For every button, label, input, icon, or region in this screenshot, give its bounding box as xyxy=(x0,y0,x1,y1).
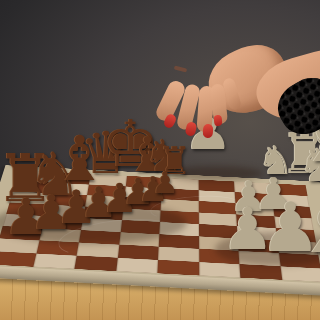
piece-black-pawn-15[interactable]: ♟ xyxy=(152,168,179,198)
piece-white-bishop-20[interactable]: ♝ xyxy=(296,188,320,264)
square-a1[interactable] xyxy=(0,251,36,267)
square-b1[interactable] xyxy=(33,253,77,269)
nail-ring xyxy=(213,115,222,127)
square-c1[interactable] xyxy=(74,255,117,271)
photo-stage: ♜♞♝♛♚♝♞♜♟♟♟♟♟♟♟♟♟♟♟♟♝♞♜♞♝♚ ♟ xyxy=(0,0,320,320)
square-d1[interactable] xyxy=(116,258,158,274)
square-f1[interactable] xyxy=(199,262,241,278)
square-e1[interactable] xyxy=(157,260,198,276)
